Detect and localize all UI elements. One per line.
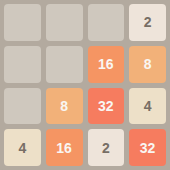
tile-r0c2 [88,4,125,41]
tile-r3c0: 4 [4,129,41,166]
tile-r3c3: 32 [129,129,166,166]
tile-r3c1: 16 [46,129,83,166]
tile-r2c3: 4 [129,88,166,125]
tile-r2c2: 32 [88,88,125,125]
tile-r2c1: 8 [46,88,83,125]
tile-r1c0 [4,46,41,83]
tile-r2c0 [4,88,41,125]
tile-r3c2: 2 [88,129,125,166]
2048-board[interactable]: 2 16 8 8 32 4 4 16 2 32 [0,0,170,170]
tile-r1c3: 8 [129,46,166,83]
tile-r0c3: 2 [129,4,166,41]
tile-r0c0 [4,4,41,41]
tile-r1c2: 16 [88,46,125,83]
tile-r0c1 [46,4,83,41]
tile-r1c1 [46,46,83,83]
